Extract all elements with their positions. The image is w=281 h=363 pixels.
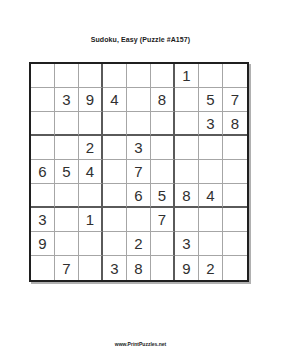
cell-r3c9[interactable]: 8 bbox=[223, 112, 247, 136]
cell-r3c1[interactable] bbox=[31, 112, 55, 136]
cell-r8c8[interactable] bbox=[199, 232, 223, 256]
cell-r7c7[interactable] bbox=[175, 208, 199, 232]
cell-r9c1[interactable] bbox=[31, 256, 55, 280]
cell-r1c3[interactable] bbox=[79, 64, 103, 88]
cell-r5c9[interactable] bbox=[223, 160, 247, 184]
cell-r4c7[interactable] bbox=[175, 136, 199, 160]
cell-r2c2[interactable]: 3 bbox=[55, 88, 79, 112]
cell-r8c7[interactable]: 3 bbox=[175, 232, 199, 256]
cell-r6c6[interactable]: 5 bbox=[151, 184, 175, 208]
cell-r6c5[interactable]: 6 bbox=[127, 184, 151, 208]
cell-r5c8[interactable] bbox=[199, 160, 223, 184]
cell-r5c5[interactable]: 7 bbox=[127, 160, 151, 184]
cell-r4c3[interactable]: 2 bbox=[79, 136, 103, 160]
cell-r4c1[interactable] bbox=[31, 136, 55, 160]
cell-r1c5[interactable] bbox=[127, 64, 151, 88]
cell-r6c2[interactable] bbox=[55, 184, 79, 208]
cell-r5c3[interactable]: 4 bbox=[79, 160, 103, 184]
cell-r8c5[interactable]: 2 bbox=[127, 232, 151, 256]
cell-r1c1[interactable] bbox=[31, 64, 55, 88]
cell-r6c8[interactable]: 4 bbox=[199, 184, 223, 208]
page-title: Sudoku, Easy (Puzzle #A157) bbox=[0, 36, 281, 43]
cell-r7c5[interactable] bbox=[127, 208, 151, 232]
cell-r8c3[interactable] bbox=[79, 232, 103, 256]
cell-r9c6[interactable] bbox=[151, 256, 175, 280]
footer-site-url: www.PrintPuzzles.net bbox=[0, 341, 281, 347]
cell-r1c4[interactable] bbox=[103, 64, 127, 88]
cell-r6c1[interactable] bbox=[31, 184, 55, 208]
cell-r1c7[interactable]: 1 bbox=[175, 64, 199, 88]
cell-r1c8[interactable] bbox=[199, 64, 223, 88]
cell-r2c5[interactable] bbox=[127, 88, 151, 112]
cell-r9c5[interactable]: 8 bbox=[127, 256, 151, 280]
cell-r3c6[interactable] bbox=[151, 112, 175, 136]
cell-r9c2[interactable]: 7 bbox=[55, 256, 79, 280]
cell-r4c9[interactable] bbox=[223, 136, 247, 160]
cell-r3c2[interactable] bbox=[55, 112, 79, 136]
cell-r9c3[interactable] bbox=[79, 256, 103, 280]
cell-r2c9[interactable]: 7 bbox=[223, 88, 247, 112]
cell-r5c6[interactable] bbox=[151, 160, 175, 184]
cell-r4c6[interactable] bbox=[151, 136, 175, 160]
cell-r7c2[interactable] bbox=[55, 208, 79, 232]
cell-r3c7[interactable] bbox=[175, 112, 199, 136]
cell-r6c7[interactable]: 8 bbox=[175, 184, 199, 208]
cell-r8c2[interactable] bbox=[55, 232, 79, 256]
cell-r3c8[interactable]: 3 bbox=[199, 112, 223, 136]
cell-r1c6[interactable] bbox=[151, 64, 175, 88]
cell-r6c4[interactable] bbox=[103, 184, 127, 208]
cell-r6c9[interactable] bbox=[223, 184, 247, 208]
cell-r9c8[interactable]: 2 bbox=[199, 256, 223, 280]
cell-r8c4[interactable] bbox=[103, 232, 127, 256]
cell-r4c5[interactable]: 3 bbox=[127, 136, 151, 160]
cell-r2c1[interactable] bbox=[31, 88, 55, 112]
cell-r9c7[interactable]: 9 bbox=[175, 256, 199, 280]
cell-r4c4[interactable] bbox=[103, 136, 127, 160]
cell-r5c7[interactable] bbox=[175, 160, 199, 184]
cell-r8c1[interactable]: 9 bbox=[31, 232, 55, 256]
cell-r3c4[interactable] bbox=[103, 112, 127, 136]
cell-r7c1[interactable]: 3 bbox=[31, 208, 55, 232]
cell-r3c3[interactable] bbox=[79, 112, 103, 136]
cell-r8c6[interactable] bbox=[151, 232, 175, 256]
cell-r1c9[interactable] bbox=[223, 64, 247, 88]
cell-r2c8[interactable]: 5 bbox=[199, 88, 223, 112]
cell-r2c6[interactable]: 8 bbox=[151, 88, 175, 112]
cell-r3c5[interactable] bbox=[127, 112, 151, 136]
cell-r7c8[interactable] bbox=[199, 208, 223, 232]
cell-r9c9[interactable] bbox=[223, 256, 247, 280]
cell-r8c9[interactable] bbox=[223, 232, 247, 256]
sudoku-board: 139485738236547658431792373892 bbox=[29, 62, 249, 282]
cell-r4c2[interactable] bbox=[55, 136, 79, 160]
cell-r4c8[interactable] bbox=[199, 136, 223, 160]
cell-r7c3[interactable]: 1 bbox=[79, 208, 103, 232]
cell-r7c9[interactable] bbox=[223, 208, 247, 232]
cell-r1c2[interactable] bbox=[55, 64, 79, 88]
cell-r2c3[interactable]: 9 bbox=[79, 88, 103, 112]
cell-r2c7[interactable] bbox=[175, 88, 199, 112]
cell-r2c4[interactable]: 4 bbox=[103, 88, 127, 112]
cell-r9c4[interactable]: 3 bbox=[103, 256, 127, 280]
cell-r5c1[interactable]: 6 bbox=[31, 160, 55, 184]
cell-r5c2[interactable]: 5 bbox=[55, 160, 79, 184]
cell-r5c4[interactable] bbox=[103, 160, 127, 184]
cell-r7c6[interactable]: 7 bbox=[151, 208, 175, 232]
cell-r6c3[interactable] bbox=[79, 184, 103, 208]
cell-r7c4[interactable] bbox=[103, 208, 127, 232]
